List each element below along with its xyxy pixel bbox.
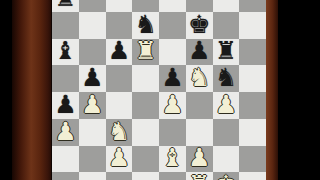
square-d3[interactable] bbox=[132, 119, 159, 146]
square-a4[interactable]: ♟ bbox=[52, 92, 79, 119]
square-a5[interactable] bbox=[52, 65, 79, 92]
piece-white-pawn: ♟ bbox=[54, 119, 76, 144]
piece-black-pawn: ♟ bbox=[81, 65, 103, 90]
square-b3[interactable] bbox=[79, 119, 106, 146]
square-h3[interactable] bbox=[239, 119, 266, 146]
piece-black-king: ♚ bbox=[188, 12, 210, 37]
chess-board: ♜♞♚♝♟♜♟♜♟♟♞♞♟♟♟♟♟♞♟♝♟♜♚ bbox=[52, 0, 266, 180]
square-e5[interactable]: ♟ bbox=[159, 65, 186, 92]
square-g5[interactable]: ♞ bbox=[213, 65, 240, 92]
square-b6[interactable] bbox=[79, 39, 106, 66]
square-b1[interactable] bbox=[79, 172, 106, 180]
piece-black-rook: ♜ bbox=[215, 38, 237, 63]
square-g1[interactable]: ♚ bbox=[213, 172, 240, 180]
square-h8[interactable] bbox=[239, 0, 266, 12]
square-d1[interactable] bbox=[132, 172, 159, 180]
square-h4[interactable] bbox=[239, 92, 266, 119]
square-d4[interactable] bbox=[132, 92, 159, 119]
square-c7[interactable] bbox=[106, 12, 133, 39]
square-g7[interactable] bbox=[213, 12, 240, 39]
square-c4[interactable] bbox=[106, 92, 133, 119]
square-a7[interactable] bbox=[52, 12, 79, 39]
piece-black-rook: ♜ bbox=[54, 0, 76, 10]
square-f3[interactable] bbox=[186, 119, 213, 146]
square-c2[interactable]: ♟ bbox=[106, 146, 133, 173]
piece-black-knight: ♞ bbox=[215, 65, 237, 90]
square-e7[interactable] bbox=[159, 12, 186, 39]
square-b8[interactable] bbox=[79, 0, 106, 12]
square-d7[interactable]: ♞ bbox=[132, 12, 159, 39]
piece-black-pawn: ♟ bbox=[54, 92, 76, 117]
square-d5[interactable] bbox=[132, 65, 159, 92]
square-f1[interactable]: ♜ bbox=[186, 172, 213, 180]
piece-white-knight: ♞ bbox=[188, 65, 210, 90]
video-frame: ♜♞♚♝♟♜♟♜♟♟♞♞♟♟♟♟♟♞♟♝♟♜♚ bbox=[0, 0, 320, 180]
piece-white-bishop: ♝ bbox=[161, 145, 183, 170]
piece-white-pawn: ♟ bbox=[161, 92, 183, 117]
square-e1[interactable] bbox=[159, 172, 186, 180]
square-g2[interactable] bbox=[213, 146, 240, 173]
square-d6[interactable]: ♜ bbox=[132, 39, 159, 66]
square-c1[interactable] bbox=[106, 172, 133, 180]
square-f7[interactable]: ♚ bbox=[186, 12, 213, 39]
piece-white-rook: ♜ bbox=[188, 172, 210, 180]
square-e4[interactable]: ♟ bbox=[159, 92, 186, 119]
piece-black-knight: ♞ bbox=[134, 12, 156, 37]
square-g8[interactable] bbox=[213, 0, 240, 12]
square-c5[interactable] bbox=[106, 65, 133, 92]
piece-white-pawn: ♟ bbox=[108, 145, 130, 170]
piece-black-pawn: ♟ bbox=[188, 38, 210, 63]
square-b2[interactable] bbox=[79, 146, 106, 173]
square-h6[interactable] bbox=[239, 39, 266, 66]
square-a1[interactable] bbox=[52, 172, 79, 180]
square-f4[interactable] bbox=[186, 92, 213, 119]
square-f5[interactable]: ♞ bbox=[186, 65, 213, 92]
square-a2[interactable] bbox=[52, 146, 79, 173]
square-h7[interactable] bbox=[239, 12, 266, 39]
piece-black-pawn: ♟ bbox=[161, 65, 183, 90]
square-b4[interactable]: ♟ bbox=[79, 92, 106, 119]
square-e3[interactable] bbox=[159, 119, 186, 146]
square-f6[interactable]: ♟ bbox=[186, 39, 213, 66]
square-g3[interactable] bbox=[213, 119, 240, 146]
square-a8[interactable]: ♜ bbox=[52, 0, 79, 12]
square-e2[interactable]: ♝ bbox=[159, 146, 186, 173]
square-h1[interactable] bbox=[239, 172, 266, 180]
square-c8[interactable] bbox=[106, 0, 133, 12]
square-g6[interactable]: ♜ bbox=[213, 39, 240, 66]
board-frame-right bbox=[266, 0, 278, 180]
piece-black-pawn: ♟ bbox=[108, 38, 130, 63]
piece-white-king: ♚ bbox=[215, 172, 237, 180]
square-g4[interactable]: ♟ bbox=[213, 92, 240, 119]
square-h2[interactable] bbox=[239, 146, 266, 173]
board-frame-left bbox=[12, 0, 52, 180]
square-f2[interactable]: ♟ bbox=[186, 146, 213, 173]
piece-white-rook: ♜ bbox=[134, 38, 156, 63]
square-a3[interactable]: ♟ bbox=[52, 119, 79, 146]
piece-white-knight: ♞ bbox=[108, 119, 130, 144]
square-b5[interactable]: ♟ bbox=[79, 65, 106, 92]
square-c3[interactable]: ♞ bbox=[106, 119, 133, 146]
square-c6[interactable]: ♟ bbox=[106, 39, 133, 66]
square-h5[interactable] bbox=[239, 65, 266, 92]
piece-white-pawn: ♟ bbox=[188, 145, 210, 170]
square-a6[interactable]: ♝ bbox=[52, 39, 79, 66]
piece-white-pawn: ♟ bbox=[215, 92, 237, 117]
piece-white-pawn: ♟ bbox=[81, 92, 103, 117]
square-d2[interactable] bbox=[132, 146, 159, 173]
square-b7[interactable] bbox=[79, 12, 106, 39]
square-e6[interactable] bbox=[159, 39, 186, 66]
square-e8[interactable] bbox=[159, 0, 186, 12]
piece-black-bishop: ♝ bbox=[54, 38, 76, 63]
